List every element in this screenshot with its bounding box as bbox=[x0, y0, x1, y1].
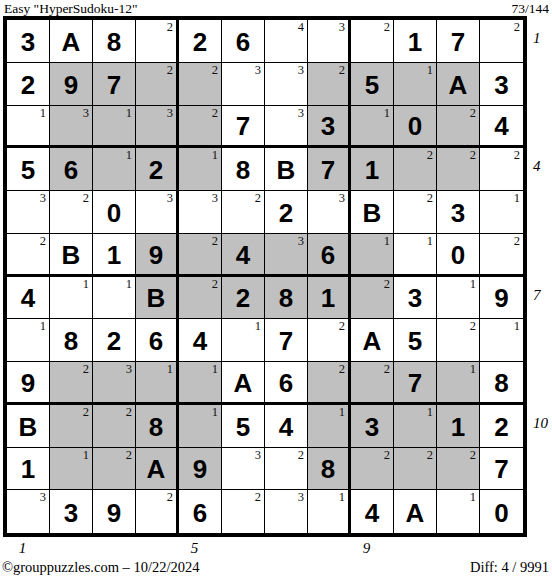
difficulty: Diff: 4 / 9991 bbox=[470, 559, 549, 576]
cell-r6c1[interactable]: 2 bbox=[7, 234, 50, 277]
cell-r11c5[interactable]: 9 bbox=[179, 448, 222, 491]
pencil-mark: 1 bbox=[427, 64, 433, 78]
cell-r10c7[interactable]: 4 bbox=[265, 405, 308, 448]
cell-r8c1[interactable]: 1 bbox=[7, 319, 50, 362]
cell-value: 2 bbox=[21, 70, 35, 98]
cell-r5c4[interactable]: 3 bbox=[136, 191, 179, 234]
cell-r7c10[interactable]: 3 bbox=[394, 277, 437, 320]
copyright-date: ©grouppuzzles.com – 10/22/2024 bbox=[2, 559, 199, 576]
cell-r5c7[interactable]: 2 bbox=[265, 191, 308, 234]
cell-r4c2[interactable]: 6 bbox=[50, 148, 93, 191]
cell-value: 3 bbox=[494, 70, 508, 98]
cell-r3c4[interactable]: 3 bbox=[136, 106, 179, 149]
cell-r11c2[interactable]: 1 bbox=[50, 448, 93, 491]
cell-r9c4[interactable]: 1 bbox=[136, 362, 179, 405]
cell-r12c2[interactable]: 3 bbox=[50, 490, 93, 533]
cell-r4c1[interactable]: 5 bbox=[7, 148, 50, 191]
pencil-mark: 2 bbox=[384, 449, 390, 463]
cell-r9c5[interactable]: 1 bbox=[179, 362, 222, 405]
cell-value: 0 bbox=[107, 198, 121, 226]
cell-r6c5[interactable]: 2 bbox=[179, 234, 222, 277]
cell-r4c10[interactable]: 2 bbox=[394, 148, 437, 191]
cell-r1c10[interactable]: 1 bbox=[394, 20, 437, 63]
pencil-mark: 3 bbox=[40, 192, 46, 206]
cell-r4c9[interactable]: 1 bbox=[351, 148, 394, 191]
pencil-mark: 1 bbox=[126, 278, 132, 292]
cell-r12c8[interactable]: 1 bbox=[308, 490, 351, 533]
cell-r7c4[interactable]: B bbox=[136, 277, 179, 320]
cell-r1c2[interactable]: A bbox=[50, 20, 93, 63]
cell-value: B bbox=[19, 412, 38, 440]
cell-r6c3[interactable]: 1 bbox=[93, 234, 136, 277]
cell-r3c2[interactable]: 3 bbox=[50, 106, 93, 149]
cell-r10c10[interactable]: 1 bbox=[394, 405, 437, 448]
cell-value: 7 bbox=[279, 326, 293, 354]
cell-value: A bbox=[62, 27, 81, 55]
cell-value: A bbox=[449, 70, 468, 98]
cell-r2c1[interactable]: 2 bbox=[7, 63, 50, 106]
cell-r7c8[interactable]: 1 bbox=[308, 277, 351, 320]
cell-r3c3[interactable]: 1 bbox=[93, 106, 136, 149]
cell-r8c8[interactable]: 2 bbox=[308, 319, 351, 362]
pencil-mark: 1 bbox=[470, 491, 476, 505]
pencil-mark: 4 bbox=[298, 21, 304, 35]
cell-r11c3[interactable]: 2 bbox=[93, 448, 136, 491]
cell-value: 7 bbox=[236, 111, 250, 139]
cell-value: 6 bbox=[236, 27, 250, 55]
cell-r10c9[interactable]: 3 bbox=[351, 405, 394, 448]
cell-r2c6[interactable]: 3 bbox=[222, 63, 265, 106]
cell-value: 5 bbox=[365, 70, 379, 98]
cell-r10c4[interactable]: 8 bbox=[136, 405, 179, 448]
pencil-mark: 2 bbox=[514, 149, 520, 163]
cell-r5c10[interactable]: 2 bbox=[394, 191, 437, 234]
pencil-mark: 3 bbox=[83, 107, 89, 121]
pencil-mark: 2 bbox=[167, 64, 173, 78]
cell-value: 7 bbox=[451, 27, 465, 55]
cell-r2c4[interactable]: 2 bbox=[136, 63, 179, 106]
cell-value: 3 bbox=[321, 111, 335, 139]
pencil-mark: 1 bbox=[83, 449, 89, 463]
cell-value: 3 bbox=[451, 198, 465, 226]
pencil-mark: 2 bbox=[514, 21, 520, 35]
pencil-mark: 1 bbox=[427, 235, 433, 249]
cell-r11c8[interactable]: 8 bbox=[308, 448, 351, 491]
pencil-mark: 3 bbox=[40, 491, 46, 505]
pencil-mark: 3 bbox=[298, 107, 304, 121]
pencil-mark: 2 bbox=[40, 235, 46, 249]
cell-value: 5 bbox=[408, 326, 422, 354]
cell-value: 7 bbox=[321, 155, 335, 183]
pencil-mark: 2 bbox=[255, 192, 261, 206]
cell-r11c4[interactable]: A bbox=[136, 448, 179, 491]
cell-value: 8 bbox=[494, 368, 508, 396]
cell-value: 6 bbox=[193, 498, 207, 526]
cell-r1c1[interactable]: 3 bbox=[7, 20, 50, 63]
pencil-mark: 1 bbox=[126, 149, 132, 163]
pencil-mark: 1 bbox=[514, 192, 520, 206]
cell-value: 5 bbox=[236, 412, 250, 440]
cell-value: 2 bbox=[193, 27, 207, 55]
cell-value: B bbox=[277, 155, 296, 183]
cell-r7c3[interactable]: 1 bbox=[93, 277, 136, 320]
pencil-mark: 3 bbox=[298, 235, 304, 249]
cell-r5c9[interactable]: B bbox=[351, 191, 394, 234]
cell-value: 1 bbox=[408, 27, 422, 55]
cell-r8c10[interactable]: 5 bbox=[394, 319, 437, 362]
pencil-mark: 1 bbox=[126, 107, 132, 121]
pencil-mark: 2 bbox=[384, 363, 390, 377]
cell-r11c11[interactable]: 2 bbox=[437, 448, 480, 491]
cell-value: B bbox=[147, 283, 166, 311]
cell-r9c11[interactable]: 1 bbox=[437, 362, 480, 405]
cell-r5c11[interactable]: 3 bbox=[437, 191, 480, 234]
cell-r2c9[interactable]: 5 bbox=[351, 63, 394, 106]
cell-value: 2 bbox=[494, 412, 508, 440]
pencil-mark: 1 bbox=[167, 363, 173, 377]
cell-r7c5[interactable]: 2 bbox=[179, 277, 222, 320]
cell-r12c1[interactable]: 3 bbox=[7, 490, 50, 533]
pencil-mark: 2 bbox=[126, 406, 132, 420]
cell-r12c7[interactable]: 3 bbox=[265, 490, 308, 533]
pencil-mark: 1 bbox=[212, 149, 218, 163]
cell-value: B bbox=[62, 240, 81, 268]
cell-r8c5[interactable]: 4 bbox=[179, 319, 222, 362]
cell-value: 1 bbox=[321, 283, 335, 311]
cell-r11c12[interactable]: 7 bbox=[480, 448, 523, 491]
pencil-mark: 1 bbox=[339, 491, 345, 505]
pencil-mark: 1 bbox=[427, 406, 433, 420]
pencil-mark: 2 bbox=[339, 64, 345, 78]
cell-r10c8[interactable]: 1 bbox=[308, 405, 351, 448]
pencil-mark: 3 bbox=[167, 107, 173, 121]
puzzle-counter: 73/144 bbox=[511, 1, 549, 17]
pencil-mark: 1 bbox=[255, 320, 261, 334]
cell-r9c3[interactable]: 3 bbox=[93, 362, 136, 405]
cell-r11c7[interactable]: 2 bbox=[265, 448, 308, 491]
cell-value: 8 bbox=[107, 27, 121, 55]
cell-r6c9[interactable]: 1 bbox=[351, 234, 394, 277]
pencil-mark: 1 bbox=[384, 107, 390, 121]
cell-r10c5[interactable]: 1 bbox=[179, 405, 222, 448]
pencil-mark: 1 bbox=[514, 320, 520, 334]
cell-r6c12[interactable]: 2 bbox=[480, 234, 523, 277]
cell-value: 3 bbox=[64, 498, 78, 526]
pencil-mark: 3 bbox=[255, 64, 261, 78]
cell-r3c6[interactable]: 7 bbox=[222, 106, 265, 149]
cell-r7c2[interactable]: 1 bbox=[50, 277, 93, 320]
cell-value: 4 bbox=[236, 240, 250, 268]
cell-r8c3[interactable]: 2 bbox=[93, 319, 136, 362]
cell-r1c11[interactable]: 7 bbox=[437, 20, 480, 63]
cell-value: 8 bbox=[149, 412, 163, 440]
cell-value: 4 bbox=[365, 498, 379, 526]
cell-r12c3[interactable]: 9 bbox=[93, 490, 136, 533]
cell-value: 4 bbox=[21, 283, 35, 311]
pencil-mark: 2 bbox=[427, 449, 433, 463]
pencil-mark: 1 bbox=[212, 363, 218, 377]
pencil-mark: 1 bbox=[470, 278, 476, 292]
cell-r12c5[interactable]: 6 bbox=[179, 490, 222, 533]
cell-r1c5[interactable]: 2 bbox=[179, 20, 222, 63]
cell-value: 8 bbox=[279, 283, 293, 311]
cell-r8c4[interactable]: 6 bbox=[136, 319, 179, 362]
cell-value: 4 bbox=[279, 412, 293, 440]
cell-value: 9 bbox=[494, 283, 508, 311]
cell-r12c9[interactable]: 4 bbox=[351, 490, 394, 533]
pencil-mark: 3 bbox=[255, 449, 261, 463]
pencil-mark: 1 bbox=[212, 406, 218, 420]
col-label-1: 1 bbox=[1, 540, 44, 557]
cell-r3c11[interactable]: 2 bbox=[437, 106, 480, 149]
pencil-mark: 2 bbox=[83, 406, 89, 420]
cell-r4c5[interactable]: 1 bbox=[179, 148, 222, 191]
pencil-mark: 3 bbox=[339, 192, 345, 206]
cell-r5c5[interactable]: 3 bbox=[179, 191, 222, 234]
cell-r7c9[interactable]: 2 bbox=[351, 277, 394, 320]
cell-value: 3 bbox=[408, 283, 422, 311]
pencil-mark: 3 bbox=[212, 192, 218, 206]
cell-r1c6[interactable]: 6 bbox=[222, 20, 265, 63]
cell-r1c9[interactable]: 2 bbox=[351, 20, 394, 63]
cell-r9c9[interactable]: 2 bbox=[351, 362, 394, 405]
cell-value: 1 bbox=[107, 240, 121, 268]
cell-value: 6 bbox=[321, 240, 335, 268]
cell-r10c11[interactable]: 1 bbox=[437, 405, 480, 448]
cell-r1c3[interactable]: 8 bbox=[93, 20, 136, 63]
cell-r2c7[interactable]: 3 bbox=[265, 63, 308, 106]
cell-value: 9 bbox=[107, 498, 121, 526]
cell-r11c10[interactable]: 2 bbox=[394, 448, 437, 491]
pencil-mark: 2 bbox=[83, 363, 89, 377]
cell-r5c8[interactable]: 3 bbox=[308, 191, 351, 234]
pencil-mark: 3 bbox=[298, 491, 304, 505]
cell-r7c1[interactable]: 4 bbox=[7, 277, 50, 320]
pencil-mark: 2 bbox=[470, 107, 476, 121]
cell-r11c6[interactable]: 3 bbox=[222, 448, 265, 491]
cell-value: 9 bbox=[64, 70, 78, 98]
pencil-mark: 2 bbox=[339, 363, 345, 377]
cell-r7c7[interactable]: 8 bbox=[265, 277, 308, 320]
row-label-10: 10 bbox=[533, 415, 551, 432]
cell-r4c11[interactable]: 2 bbox=[437, 148, 480, 191]
cell-value: 7 bbox=[107, 70, 121, 98]
pencil-mark: 2 bbox=[384, 278, 390, 292]
cell-value: 3 bbox=[365, 412, 379, 440]
cell-value: 1 bbox=[365, 155, 379, 183]
cell-value: 8 bbox=[236, 155, 250, 183]
cell-r2c12[interactable]: 3 bbox=[480, 63, 523, 106]
cell-r8c7[interactable]: 7 bbox=[265, 319, 308, 362]
pencil-mark: 2 bbox=[212, 235, 218, 249]
cell-r12c10[interactable]: A bbox=[394, 490, 437, 533]
cell-r9c2[interactable]: 2 bbox=[50, 362, 93, 405]
cell-r10c3[interactable]: 2 bbox=[93, 405, 136, 448]
pencil-mark: 2 bbox=[167, 21, 173, 35]
sudoku-board: 3A82264321722972233251A31313273310245612… bbox=[3, 16, 527, 537]
cell-r3c10[interactable]: 0 bbox=[394, 106, 437, 149]
cell-r5c1[interactable]: 3 bbox=[7, 191, 50, 234]
puzzle-title: Easy "HyperSudoku-12" bbox=[4, 1, 138, 17]
cell-value: 3 bbox=[21, 27, 35, 55]
pencil-mark: 3 bbox=[126, 363, 132, 377]
cell-value: 2 bbox=[149, 155, 163, 183]
cell-value: 6 bbox=[149, 326, 163, 354]
cell-r10c12[interactable]: 2 bbox=[480, 405, 523, 448]
cell-value: 6 bbox=[64, 155, 78, 183]
cell-value: 4 bbox=[193, 326, 207, 354]
cell-r9c6[interactable]: A bbox=[222, 362, 265, 405]
cell-r12c12[interactable]: 0 bbox=[480, 490, 523, 533]
cell-r4c3[interactable]: 1 bbox=[93, 148, 136, 191]
cell-value: 0 bbox=[494, 498, 508, 526]
cell-r12c11[interactable]: 1 bbox=[437, 490, 480, 533]
col-label-5: 5 bbox=[173, 540, 216, 557]
cell-r11c1[interactable]: 1 bbox=[7, 448, 50, 491]
pencil-mark: 2 bbox=[212, 278, 218, 292]
cell-r8c11[interactable]: 2 bbox=[437, 319, 480, 362]
pencil-mark: 1 bbox=[40, 107, 46, 121]
cell-value: 0 bbox=[408, 111, 422, 139]
cell-r5c3[interactable]: 0 bbox=[93, 191, 136, 234]
pencil-mark: 2 bbox=[339, 320, 345, 334]
cell-r5c12[interactable]: 1 bbox=[480, 191, 523, 234]
cell-value: 9 bbox=[149, 240, 163, 268]
cell-r9c7[interactable]: 6 bbox=[265, 362, 308, 405]
cell-r3c9[interactable]: 1 bbox=[351, 106, 394, 149]
pencil-mark: 1 bbox=[470, 363, 476, 377]
cell-value: A bbox=[363, 326, 382, 354]
cell-value: A bbox=[147, 454, 166, 482]
pencil-mark: 1 bbox=[339, 406, 345, 420]
cell-r4c7[interactable]: B bbox=[265, 148, 308, 191]
row-label-4: 4 bbox=[533, 158, 551, 175]
cell-r7c12[interactable]: 9 bbox=[480, 277, 523, 320]
pencil-mark: 2 bbox=[212, 64, 218, 78]
cell-value: A bbox=[406, 498, 425, 526]
cell-value: 7 bbox=[494, 454, 508, 482]
cell-value: 2 bbox=[279, 198, 293, 226]
pencil-mark: 2 bbox=[427, 192, 433, 206]
cell-r6c4[interactable]: 9 bbox=[136, 234, 179, 277]
cell-r5c6[interactable]: 2 bbox=[222, 191, 265, 234]
row-label-7: 7 bbox=[533, 287, 551, 304]
pencil-mark: 1 bbox=[83, 278, 89, 292]
cell-value: 8 bbox=[321, 454, 335, 482]
cell-value: 0 bbox=[451, 240, 465, 268]
cell-r8c2[interactable]: 8 bbox=[50, 319, 93, 362]
cell-r9c1[interactable]: 9 bbox=[7, 362, 50, 405]
cell-r6c11[interactable]: 0 bbox=[437, 234, 480, 277]
pencil-mark: 2 bbox=[384, 21, 390, 35]
cell-r2c8[interactable]: 2 bbox=[308, 63, 351, 106]
cell-r8c9[interactable]: A bbox=[351, 319, 394, 362]
pencil-mark: 2 bbox=[470, 449, 476, 463]
cell-r2c11[interactable]: A bbox=[437, 63, 480, 106]
pencil-mark: 3 bbox=[167, 192, 173, 206]
col-label-9: 9 bbox=[345, 540, 388, 557]
cell-r3c7[interactable]: 3 bbox=[265, 106, 308, 149]
pencil-mark: 1 bbox=[40, 320, 46, 334]
cell-value: B bbox=[363, 198, 382, 226]
pencil-mark: 2 bbox=[427, 149, 433, 163]
cell-r10c2[interactable]: 2 bbox=[50, 405, 93, 448]
pencil-mark: 2 bbox=[514, 235, 520, 249]
cell-r2c2[interactable]: 9 bbox=[50, 63, 93, 106]
cell-r1c7[interactable]: 4 bbox=[265, 20, 308, 63]
cell-r1c8[interactable]: 3 bbox=[308, 20, 351, 63]
cell-r9c12[interactable]: 8 bbox=[480, 362, 523, 405]
pencil-mark: 2 bbox=[167, 491, 173, 505]
cell-r3c12[interactable]: 4 bbox=[480, 106, 523, 149]
cell-value: 2 bbox=[236, 283, 250, 311]
cell-value: 8 bbox=[64, 326, 78, 354]
pencil-mark: 3 bbox=[298, 64, 304, 78]
cell-r4c8[interactable]: 7 bbox=[308, 148, 351, 191]
cell-value: 1 bbox=[451, 412, 465, 440]
cell-r9c8[interactable]: 2 bbox=[308, 362, 351, 405]
cell-r8c12[interactable]: 1 bbox=[480, 319, 523, 362]
cell-value: 2 bbox=[107, 326, 121, 354]
cell-value: 5 bbox=[21, 155, 35, 183]
cell-r5c2[interactable]: 2 bbox=[50, 191, 93, 234]
cell-r1c4[interactable]: 2 bbox=[136, 20, 179, 63]
cell-r7c6[interactable]: 2 bbox=[222, 277, 265, 320]
pencil-mark: 2 bbox=[298, 449, 304, 463]
pencil-mark: 1 bbox=[384, 235, 390, 249]
cell-r6c7[interactable]: 3 bbox=[265, 234, 308, 277]
cell-r1c12[interactable]: 2 bbox=[480, 20, 523, 63]
cell-value: A bbox=[234, 368, 253, 396]
pencil-mark: 3 bbox=[339, 21, 345, 35]
cell-r9c10[interactable]: 7 bbox=[394, 362, 437, 405]
cell-r3c1[interactable]: 1 bbox=[7, 106, 50, 149]
cell-r6c10[interactable]: 1 bbox=[394, 234, 437, 277]
cell-value: 9 bbox=[21, 368, 35, 396]
cell-value: 6 bbox=[279, 368, 293, 396]
row-label-1: 1 bbox=[533, 30, 551, 47]
cell-r12c4[interactable]: 2 bbox=[136, 490, 179, 533]
cell-r11c9[interactable]: 2 bbox=[351, 448, 394, 491]
cell-r6c2[interactable]: B bbox=[50, 234, 93, 277]
cell-r2c3[interactable]: 7 bbox=[93, 63, 136, 106]
cell-r4c6[interactable]: 8 bbox=[222, 148, 265, 191]
cell-r10c1[interactable]: B bbox=[7, 405, 50, 448]
pencil-mark: 2 bbox=[126, 449, 132, 463]
cell-r3c5[interactable]: 2 bbox=[179, 106, 222, 149]
cell-r10c6[interactable]: 5 bbox=[222, 405, 265, 448]
cell-value: 1 bbox=[21, 454, 35, 482]
cell-r6c8[interactable]: 6 bbox=[308, 234, 351, 277]
pencil-mark: 2 bbox=[83, 192, 89, 206]
cell-r2c5[interactable]: 2 bbox=[179, 63, 222, 106]
pencil-mark: 2 bbox=[470, 320, 476, 334]
pencil-mark: 2 bbox=[470, 149, 476, 163]
pencil-mark: 2 bbox=[212, 107, 218, 121]
cell-r7c11[interactable]: 1 bbox=[437, 277, 480, 320]
cell-r4c4[interactable]: 2 bbox=[136, 148, 179, 191]
cell-r3c8[interactable]: 3 bbox=[308, 106, 351, 149]
cell-r8c6[interactable]: 1 bbox=[222, 319, 265, 362]
cell-r2c10[interactable]: 1 bbox=[394, 63, 437, 106]
cell-value: 4 bbox=[494, 111, 508, 139]
cell-value: 9 bbox=[193, 454, 207, 482]
pencil-mark: 2 bbox=[255, 491, 261, 505]
cell-value: 7 bbox=[408, 368, 422, 396]
cell-r12c6[interactable]: 2 bbox=[222, 490, 265, 533]
cell-r4c12[interactable]: 2 bbox=[480, 148, 523, 191]
cell-r6c6[interactable]: 4 bbox=[222, 234, 265, 277]
